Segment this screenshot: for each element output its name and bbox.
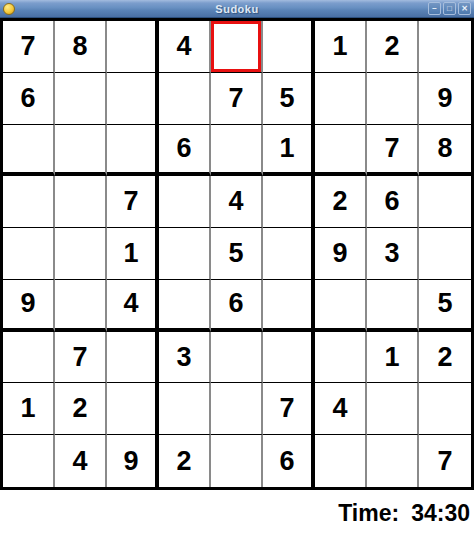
cell-r3c4[interactable]: 6 xyxy=(159,125,211,177)
sudoku-board: 78412675961787426159394657312127449267 xyxy=(0,18,474,490)
cell-r1c4[interactable]: 4 xyxy=(159,21,211,73)
cell-r9c9[interactable]: 7 xyxy=(419,435,471,487)
cell-r6c3[interactable]: 4 xyxy=(107,280,159,332)
cell-r5c3[interactable]: 1 xyxy=(107,228,159,280)
statusbar: Time: 34:30 xyxy=(0,490,474,544)
cell-r2c8[interactable] xyxy=(367,73,419,125)
cell-r2c6[interactable]: 5 xyxy=(263,73,315,125)
cell-r1c9[interactable] xyxy=(419,21,471,73)
cell-r5c6[interactable] xyxy=(263,228,315,280)
cell-r7c5[interactable] xyxy=(211,332,263,384)
cell-r6c2[interactable] xyxy=(55,280,107,332)
cell-r3c6[interactable]: 1 xyxy=(263,125,315,177)
cell-r5c2[interactable] xyxy=(55,228,107,280)
cell-r9c2[interactable]: 4 xyxy=(55,435,107,487)
cell-r3c8[interactable]: 7 xyxy=(367,125,419,177)
cell-r5c9[interactable] xyxy=(419,228,471,280)
cell-r6c9[interactable]: 5 xyxy=(419,280,471,332)
cell-r3c3[interactable] xyxy=(107,125,159,177)
cell-r1c6[interactable] xyxy=(263,21,315,73)
cell-r3c2[interactable] xyxy=(55,125,107,177)
cell-r7c1[interactable] xyxy=(3,332,55,384)
cell-r4c7[interactable]: 2 xyxy=(315,176,367,228)
cell-r4c4[interactable] xyxy=(159,176,211,228)
cell-r4c2[interactable] xyxy=(55,176,107,228)
cell-r8c7[interactable]: 4 xyxy=(315,383,367,435)
cell-r9c5[interactable] xyxy=(211,435,263,487)
cell-r8c2[interactable]: 2 xyxy=(55,383,107,435)
cell-r8c4[interactable] xyxy=(159,383,211,435)
cell-r6c7[interactable] xyxy=(315,280,367,332)
cell-r7c7[interactable] xyxy=(315,332,367,384)
cell-r2c1[interactable]: 6 xyxy=(3,73,55,125)
cell-r1c7[interactable]: 1 xyxy=(315,21,367,73)
cell-r3c9[interactable]: 8 xyxy=(419,125,471,177)
window-title: Sudoku xyxy=(0,3,474,15)
cell-r1c8[interactable]: 2 xyxy=(367,21,419,73)
cell-r7c6[interactable] xyxy=(263,332,315,384)
cell-r6c5[interactable]: 6 xyxy=(211,280,263,332)
cell-r5c8[interactable]: 3 xyxy=(367,228,419,280)
cell-r7c4[interactable]: 3 xyxy=(159,332,211,384)
cell-r9c4[interactable]: 2 xyxy=(159,435,211,487)
cell-r8c1[interactable]: 1 xyxy=(3,383,55,435)
cell-r7c9[interactable]: 2 xyxy=(419,332,471,384)
cell-r8c6[interactable]: 7 xyxy=(263,383,315,435)
titlebar[interactable]: Sudoku − □ ✕ xyxy=(0,0,474,18)
cell-r7c8[interactable]: 1 xyxy=(367,332,419,384)
cell-r1c1[interactable]: 7 xyxy=(3,21,55,73)
time-label: Time: xyxy=(338,500,399,527)
cell-r4c9[interactable] xyxy=(419,176,471,228)
cell-r6c1[interactable]: 9 xyxy=(3,280,55,332)
cell-r8c9[interactable] xyxy=(419,383,471,435)
maximize-button[interactable]: □ xyxy=(443,2,456,15)
cell-r7c3[interactable] xyxy=(107,332,159,384)
cell-r4c6[interactable] xyxy=(263,176,315,228)
minimize-button[interactable]: − xyxy=(428,2,441,15)
cell-r8c3[interactable] xyxy=(107,383,159,435)
window-controls: − □ ✕ xyxy=(428,2,471,15)
cell-r4c5[interactable]: 4 xyxy=(211,176,263,228)
cell-r7c2[interactable]: 7 xyxy=(55,332,107,384)
cell-r9c6[interactable]: 6 xyxy=(263,435,315,487)
cell-r1c2[interactable]: 8 xyxy=(55,21,107,73)
cell-r5c1[interactable] xyxy=(3,228,55,280)
sudoku-window: Sudoku − □ ✕ 784126759617874261593946573… xyxy=(0,0,474,544)
cell-r8c8[interactable] xyxy=(367,383,419,435)
cell-r2c4[interactable] xyxy=(159,73,211,125)
cell-r1c5[interactable] xyxy=(211,21,263,73)
close-button[interactable]: ✕ xyxy=(458,2,471,15)
cell-r5c5[interactable]: 5 xyxy=(211,228,263,280)
cell-r9c8[interactable] xyxy=(367,435,419,487)
cell-r3c7[interactable] xyxy=(315,125,367,177)
time-value: 34:30 xyxy=(411,500,470,527)
cell-r3c5[interactable] xyxy=(211,125,263,177)
cell-r6c6[interactable] xyxy=(263,280,315,332)
cell-r3c1[interactable] xyxy=(3,125,55,177)
cell-r6c8[interactable] xyxy=(367,280,419,332)
cell-r9c7[interactable] xyxy=(315,435,367,487)
cell-r5c4[interactable] xyxy=(159,228,211,280)
cell-r4c8[interactable]: 6 xyxy=(367,176,419,228)
cell-r5c7[interactable]: 9 xyxy=(315,228,367,280)
cell-r2c5[interactable]: 7 xyxy=(211,73,263,125)
cell-r2c2[interactable] xyxy=(55,73,107,125)
cell-r9c3[interactable]: 9 xyxy=(107,435,159,487)
cell-r6c4[interactable] xyxy=(159,280,211,332)
cell-r8c5[interactable] xyxy=(211,383,263,435)
cell-r4c1[interactable] xyxy=(3,176,55,228)
cell-r2c3[interactable] xyxy=(107,73,159,125)
cell-r2c9[interactable]: 9 xyxy=(419,73,471,125)
cell-r1c3[interactable] xyxy=(107,21,159,73)
cell-r2c7[interactable] xyxy=(315,73,367,125)
cell-r9c1[interactable] xyxy=(3,435,55,487)
cell-r4c3[interactable]: 7 xyxy=(107,176,159,228)
